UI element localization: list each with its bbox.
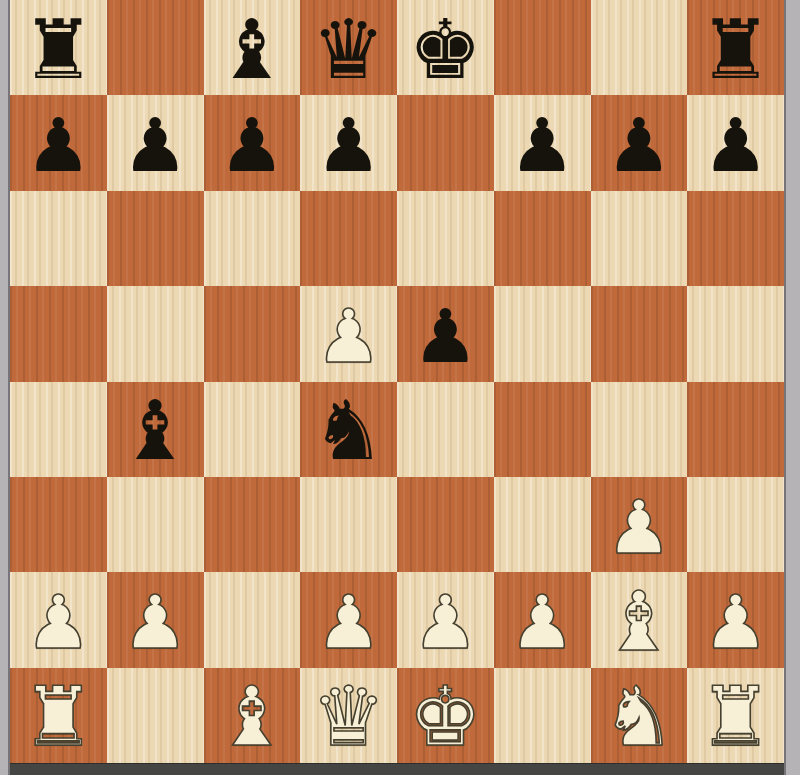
square-d7[interactable]: ♟ — [300, 95, 397, 190]
square-c7[interactable]: ♟ — [204, 95, 301, 190]
square-b7[interactable]: ♟ — [107, 95, 204, 190]
square-h4[interactable] — [687, 382, 784, 477]
square-g2[interactable]: ♝ — [591, 572, 688, 667]
square-f8[interactable] — [494, 0, 591, 95]
square-f2[interactable]: ♟ — [494, 572, 591, 667]
square-e4[interactable] — [397, 382, 494, 477]
piece-black-bishop[interactable]: ♝ — [118, 390, 192, 472]
square-f1[interactable] — [494, 668, 591, 763]
square-d1[interactable]: ♛ — [300, 668, 397, 763]
square-a2[interactable]: ♟ — [10, 572, 107, 667]
piece-white-pawn[interactable]: ♟ — [412, 585, 478, 659]
square-f6[interactable] — [494, 191, 591, 286]
square-b4[interactable]: ♝ — [107, 382, 204, 477]
square-e3[interactable] — [397, 477, 494, 572]
square-g7[interactable]: ♟ — [591, 95, 688, 190]
square-h1[interactable]: ♜ — [687, 668, 784, 763]
square-g1[interactable]: ♞ — [591, 668, 688, 763]
square-b6[interactable] — [107, 191, 204, 286]
square-b5[interactable] — [107, 286, 204, 381]
piece-black-queen[interactable]: ♛ — [312, 9, 386, 91]
square-b3[interactable] — [107, 477, 204, 572]
piece-white-pawn[interactable]: ♟ — [315, 299, 381, 373]
square-e5[interactable]: ♟ — [397, 286, 494, 381]
square-a5[interactable] — [10, 286, 107, 381]
square-c6[interactable] — [204, 191, 301, 286]
piece-black-pawn[interactable]: ♟ — [315, 108, 381, 182]
piece-black-knight[interactable]: ♞ — [312, 390, 386, 472]
piece-white-pawn[interactable]: ♟ — [315, 585, 381, 659]
piece-black-rook[interactable]: ♜ — [699, 9, 773, 91]
square-f3[interactable] — [494, 477, 591, 572]
square-h2[interactable]: ♟ — [687, 572, 784, 667]
piece-black-pawn[interactable]: ♟ — [412, 299, 478, 373]
square-g8[interactable] — [591, 0, 688, 95]
piece-white-knight[interactable]: ♞ — [602, 676, 676, 758]
piece-black-rook[interactable]: ♜ — [22, 9, 96, 91]
square-g3[interactable]: ♟ — [591, 477, 688, 572]
square-h5[interactable] — [687, 286, 784, 381]
piece-white-bishop[interactable]: ♝ — [215, 676, 289, 758]
square-c8[interactable]: ♝ — [204, 0, 301, 95]
square-g5[interactable] — [591, 286, 688, 381]
square-a7[interactable]: ♟ — [10, 95, 107, 190]
piece-white-bishop[interactable]: ♝ — [602, 581, 676, 663]
piece-white-king[interactable]: ♚ — [409, 676, 483, 758]
piece-black-pawn[interactable]: ♟ — [219, 108, 285, 182]
square-g6[interactable] — [591, 191, 688, 286]
square-e7[interactable] — [397, 95, 494, 190]
square-f7[interactable]: ♟ — [494, 95, 591, 190]
square-d6[interactable] — [300, 191, 397, 286]
square-a1[interactable]: ♜ — [10, 668, 107, 763]
square-e2[interactable]: ♟ — [397, 572, 494, 667]
square-d3[interactable] — [300, 477, 397, 572]
piece-white-pawn[interactable]: ♟ — [702, 585, 768, 659]
piece-white-pawn[interactable]: ♟ — [25, 585, 91, 659]
board-frame-right — [784, 0, 800, 775]
piece-white-rook[interactable]: ♜ — [22, 676, 96, 758]
piece-black-pawn[interactable]: ♟ — [25, 108, 91, 182]
square-h7[interactable]: ♟ — [687, 95, 784, 190]
square-d8[interactable]: ♛ — [300, 0, 397, 95]
square-d4[interactable]: ♞ — [300, 382, 397, 477]
square-a6[interactable] — [10, 191, 107, 286]
square-a4[interactable] — [10, 382, 107, 477]
piece-white-rook[interactable]: ♜ — [699, 676, 773, 758]
square-f5[interactable] — [494, 286, 591, 381]
square-h3[interactable] — [687, 477, 784, 572]
square-c5[interactable] — [204, 286, 301, 381]
square-e6[interactable] — [397, 191, 494, 286]
chess-board: ♜♝♛♚♜♟♟♟♟♟♟♟♟♟♝♞♟♟♟♟♟♟♝♟♜♝♛♚♞♜ — [10, 0, 784, 763]
square-c1[interactable]: ♝ — [204, 668, 301, 763]
board-frame-left — [0, 0, 10, 775]
piece-white-pawn[interactable]: ♟ — [509, 585, 575, 659]
square-d5[interactable]: ♟ — [300, 286, 397, 381]
square-c3[interactable] — [204, 477, 301, 572]
square-a8[interactable]: ♜ — [10, 0, 107, 95]
square-b2[interactable]: ♟ — [107, 572, 204, 667]
piece-black-pawn[interactable]: ♟ — [122, 108, 188, 182]
piece-white-pawn[interactable]: ♟ — [606, 490, 672, 564]
square-g4[interactable] — [591, 382, 688, 477]
board-frame-bottom — [10, 763, 784, 775]
piece-black-bishop[interactable]: ♝ — [215, 9, 289, 91]
square-e8[interactable]: ♚ — [397, 0, 494, 95]
piece-white-queen[interactable]: ♛ — [312, 676, 386, 758]
square-c2[interactable] — [204, 572, 301, 667]
square-b8[interactable] — [107, 0, 204, 95]
square-b1[interactable] — [107, 668, 204, 763]
square-d2[interactable]: ♟ — [300, 572, 397, 667]
piece-black-pawn[interactable]: ♟ — [606, 108, 672, 182]
square-e1[interactable]: ♚ — [397, 668, 494, 763]
square-h8[interactable]: ♜ — [687, 0, 784, 95]
piece-black-pawn[interactable]: ♟ — [509, 108, 575, 182]
square-c4[interactable] — [204, 382, 301, 477]
square-h6[interactable] — [687, 191, 784, 286]
piece-white-pawn[interactable]: ♟ — [122, 585, 188, 659]
chess-diagram: ♜♝♛♚♜♟♟♟♟♟♟♟♟♟♝♞♟♟♟♟♟♟♝♟♜♝♛♚♞♜ — [0, 0, 800, 775]
square-a3[interactable] — [10, 477, 107, 572]
piece-black-king[interactable]: ♚ — [409, 9, 483, 91]
piece-black-pawn[interactable]: ♟ — [702, 108, 768, 182]
square-f4[interactable] — [494, 382, 591, 477]
